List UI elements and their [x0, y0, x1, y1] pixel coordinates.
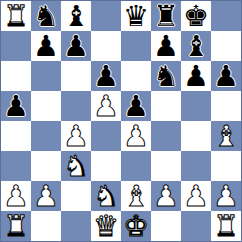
square-g2[interactable]: ♟ — [181, 181, 211, 211]
square-c6[interactable] — [61, 61, 91, 91]
white-bishop[interactable]: ♝ — [123, 182, 149, 211]
black-bishop[interactable]: ♝ — [63, 2, 89, 31]
square-g5[interactable] — [181, 91, 211, 121]
square-h8[interactable] — [211, 1, 241, 31]
black-knight[interactable]: ♞ — [33, 2, 59, 31]
black-pawn[interactable]: ♟ — [33, 32, 59, 61]
white-knight[interactable]: ♞ — [93, 182, 119, 211]
square-g6[interactable]: ♟ — [181, 61, 211, 91]
square-d5[interactable]: ♟ — [91, 91, 121, 121]
white-pawn[interactable]: ♟ — [3, 182, 29, 211]
black-bishop[interactable]: ♝ — [183, 32, 209, 61]
black-pawn[interactable]: ♟ — [213, 62, 239, 91]
square-f1[interactable] — [151, 211, 181, 241]
white-pawn[interactable]: ♟ — [33, 182, 59, 211]
white-pawn[interactable]: ♟ — [183, 182, 209, 211]
square-f2[interactable]: ♟ — [151, 181, 181, 211]
black-king[interactable]: ♚ — [183, 2, 209, 31]
square-f7[interactable]: ♟ — [151, 31, 181, 61]
square-g4[interactable] — [181, 121, 211, 151]
square-f4[interactable] — [151, 121, 181, 151]
square-g1[interactable] — [181, 211, 211, 241]
black-pawn[interactable]: ♟ — [123, 92, 149, 121]
chess-board: ♜♞♝♛♜♚♟♟♟♝♟♞♟♟♟♟♟♟♟♝♞♟♟♞♝♟♟♟♜♛♚♜ — [0, 0, 242, 242]
black-pawn[interactable]: ♟ — [63, 32, 89, 61]
white-pawn[interactable]: ♟ — [153, 182, 179, 211]
square-c4[interactable]: ♟ — [61, 121, 91, 151]
white-pawn[interactable]: ♟ — [123, 122, 149, 151]
black-queen[interactable]: ♛ — [123, 2, 149, 31]
square-a6[interactable] — [1, 61, 31, 91]
square-g3[interactable] — [181, 151, 211, 181]
square-f6[interactable]: ♞ — [151, 61, 181, 91]
black-knight[interactable]: ♞ — [153, 62, 179, 91]
black-rook[interactable]: ♜ — [153, 2, 179, 31]
square-a2[interactable]: ♟ — [1, 181, 31, 211]
square-a3[interactable] — [1, 151, 31, 181]
white-rook[interactable]: ♜ — [3, 212, 29, 241]
square-h1[interactable]: ♜ — [211, 211, 241, 241]
square-c3[interactable]: ♞ — [61, 151, 91, 181]
square-b5[interactable] — [31, 91, 61, 121]
square-b2[interactable]: ♟ — [31, 181, 61, 211]
black-pawn[interactable]: ♟ — [153, 32, 179, 61]
square-c5[interactable] — [61, 91, 91, 121]
white-bishop[interactable]: ♝ — [213, 122, 239, 151]
white-king[interactable]: ♚ — [123, 212, 149, 241]
square-e7[interactable] — [121, 31, 151, 61]
white-pawn[interactable]: ♟ — [213, 182, 239, 211]
black-pawn[interactable]: ♟ — [93, 62, 119, 91]
black-pawn[interactable]: ♟ — [183, 62, 209, 91]
white-rook[interactable]: ♜ — [3, 2, 29, 31]
square-h5[interactable] — [211, 91, 241, 121]
square-g8[interactable]: ♚ — [181, 1, 211, 31]
square-d7[interactable] — [91, 31, 121, 61]
square-f5[interactable] — [151, 91, 181, 121]
square-e8[interactable]: ♛ — [121, 1, 151, 31]
square-e5[interactable]: ♟ — [121, 91, 151, 121]
square-a1[interactable]: ♜ — [1, 211, 31, 241]
black-pawn[interactable]: ♟ — [3, 92, 29, 121]
square-b7[interactable]: ♟ — [31, 31, 61, 61]
square-a7[interactable] — [1, 31, 31, 61]
square-b3[interactable] — [31, 151, 61, 181]
square-c8[interactable]: ♝ — [61, 1, 91, 31]
white-rook[interactable]: ♜ — [213, 212, 239, 241]
square-d4[interactable] — [91, 121, 121, 151]
square-c1[interactable] — [61, 211, 91, 241]
square-b4[interactable] — [31, 121, 61, 151]
white-knight[interactable]: ♞ — [63, 152, 89, 181]
square-e2[interactable]: ♝ — [121, 181, 151, 211]
square-b6[interactable] — [31, 61, 61, 91]
square-d3[interactable] — [91, 151, 121, 181]
square-h6[interactable]: ♟ — [211, 61, 241, 91]
white-pawn[interactable]: ♟ — [93, 92, 119, 121]
square-e1[interactable]: ♚ — [121, 211, 151, 241]
square-c2[interactable] — [61, 181, 91, 211]
square-f8[interactable]: ♜ — [151, 1, 181, 31]
square-d8[interactable] — [91, 1, 121, 31]
square-d1[interactable]: ♛ — [91, 211, 121, 241]
square-c7[interactable]: ♟ — [61, 31, 91, 61]
square-e6[interactable] — [121, 61, 151, 91]
square-a5[interactable]: ♟ — [1, 91, 31, 121]
white-pawn[interactable]: ♟ — [63, 122, 89, 151]
square-f3[interactable] — [151, 151, 181, 181]
square-h2[interactable]: ♟ — [211, 181, 241, 211]
square-h3[interactable] — [211, 151, 241, 181]
square-b1[interactable] — [31, 211, 61, 241]
square-a4[interactable] — [1, 121, 31, 151]
square-d6[interactable]: ♟ — [91, 61, 121, 91]
square-d2[interactable]: ♞ — [91, 181, 121, 211]
white-queen[interactable]: ♛ — [93, 212, 119, 241]
square-h7[interactable] — [211, 31, 241, 61]
square-b8[interactable]: ♞ — [31, 1, 61, 31]
square-e4[interactable]: ♟ — [121, 121, 151, 151]
square-a8[interactable]: ♜ — [1, 1, 31, 31]
square-h4[interactable]: ♝ — [211, 121, 241, 151]
square-g7[interactable]: ♝ — [181, 31, 211, 61]
square-e3[interactable] — [121, 151, 151, 181]
